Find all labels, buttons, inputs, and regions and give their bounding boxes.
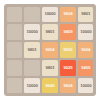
tile-9604-r3c5: 9604	[78, 42, 93, 57]
tile-9409-r2c4: 9409	[60, 24, 75, 39]
tile-9409-r4c5: 9409	[78, 60, 93, 75]
tile-10000-r5c2: 10000	[24, 78, 39, 93]
tile-10000-r5c5: 10000	[78, 78, 93, 93]
empty-cell-r5c1	[7, 78, 22, 93]
empty-cell-r3c1	[7, 42, 22, 57]
tile-9801-r3c2: 9801	[24, 42, 39, 57]
tile-9801-r2c3: 9801	[42, 24, 57, 39]
empty-cell-r1c2	[24, 7, 39, 22]
empty-cell-r4c1	[7, 60, 22, 75]
tile-9801-r1c5: 9801	[78, 7, 93, 22]
tile-9801-r4c3: 9801	[42, 60, 57, 75]
tile-9604-r1c4: 9604	[60, 7, 75, 22]
tile-9025-r4c4: 9025	[60, 60, 75, 75]
tile-10000-r1c3: 10000	[42, 7, 57, 22]
tile-10000-r2c5: 10000	[78, 24, 93, 39]
empty-cell-r1c1	[7, 7, 22, 22]
tile-10000-r2c2: 10000	[24, 24, 39, 39]
game-board-2048[interactable]: 1000096049801100009801940910000980196048…	[4, 4, 96, 96]
tile-9604-r3c3: 9604	[42, 42, 57, 57]
tile-8649-r5c3: 8649	[42, 78, 57, 93]
empty-cell-r4c2	[24, 60, 39, 75]
empty-cell-r2c1	[7, 24, 22, 39]
tile-8836-r3c4: 8836	[60, 42, 75, 57]
tile-9604-r5c4: 9604	[60, 78, 75, 93]
